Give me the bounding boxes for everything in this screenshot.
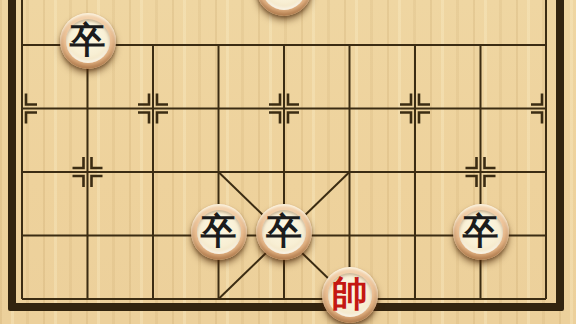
piece-face: 卒 [262,210,306,254]
piece-face: 卒 [459,210,503,254]
piece-face: 卒 [197,210,241,254]
piece-black-soldier-1[interactable]: 卒 [60,13,116,69]
xiangqi-board[interactable]: 卒卒卒卒帥 [0,0,576,324]
piece-red-general[interactable]: 帥 [322,267,378,323]
piece-black-soldier-2[interactable]: 卒 [191,204,247,260]
piece-face: 帥 [328,273,372,317]
piece-black-soldier-3[interactable]: 卒 [256,204,312,260]
piece-black-soldier-4[interactable]: 卒 [453,204,509,260]
piece-character: 卒 [201,213,237,249]
piece-character: 卒 [266,213,302,249]
piece-character: 卒 [463,213,499,249]
piece-face: 卒 [66,19,110,63]
piece-character: 卒 [70,22,106,58]
piece-face [262,0,306,10]
piece-character: 帥 [332,276,368,312]
